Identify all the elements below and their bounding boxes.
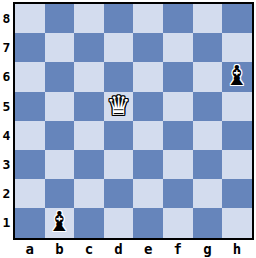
file-label-e: e	[133, 240, 163, 257]
square-a1[interactable]	[15, 208, 45, 237]
rank-label-4: 4	[0, 121, 13, 150]
square-c2[interactable]	[74, 179, 104, 208]
square-c7[interactable]	[74, 33, 104, 62]
chess-diagram: 87654321 ♝♛♝ abcdefgh	[0, 0, 256, 258]
square-e6[interactable]	[133, 62, 163, 91]
square-f3[interactable]	[163, 150, 193, 179]
square-e2[interactable]	[133, 179, 163, 208]
square-g7[interactable]	[193, 33, 223, 62]
file-labels: abcdefgh	[15, 240, 252, 257]
square-h8[interactable]	[222, 4, 252, 33]
file-label-f: f	[163, 240, 193, 257]
rank-label-8: 8	[0, 4, 13, 33]
square-h3[interactable]	[222, 150, 252, 179]
square-b6[interactable]	[45, 62, 75, 91]
square-b7[interactable]	[45, 33, 75, 62]
square-g3[interactable]	[193, 150, 223, 179]
square-g2[interactable]	[193, 179, 223, 208]
square-g8[interactable]	[193, 4, 223, 33]
square-d5[interactable]: ♛	[104, 92, 134, 121]
square-f4[interactable]	[163, 121, 193, 150]
rank-label-7: 7	[0, 33, 13, 62]
square-a8[interactable]	[15, 4, 45, 33]
square-a3[interactable]	[15, 150, 45, 179]
square-b3[interactable]	[45, 150, 75, 179]
square-d2[interactable]	[104, 179, 134, 208]
file-label-a: a	[15, 240, 45, 257]
square-e4[interactable]	[133, 121, 163, 150]
square-g6[interactable]	[193, 62, 223, 91]
square-h1[interactable]	[222, 208, 252, 237]
square-f7[interactable]	[163, 33, 193, 62]
file-label-c: c	[74, 240, 104, 257]
square-b2[interactable]	[45, 179, 75, 208]
rank-label-1: 1	[0, 208, 13, 237]
square-b5[interactable]	[45, 92, 75, 121]
square-a2[interactable]	[15, 179, 45, 208]
square-d8[interactable]	[104, 4, 134, 33]
square-c8[interactable]	[74, 4, 104, 33]
file-label-h: h	[222, 240, 252, 257]
square-c4[interactable]	[74, 121, 104, 150]
square-e5[interactable]	[133, 92, 163, 121]
square-d7[interactable]	[104, 33, 134, 62]
square-a7[interactable]	[15, 33, 45, 62]
rank-label-6: 6	[0, 62, 13, 91]
square-b4[interactable]	[45, 121, 75, 150]
square-a4[interactable]	[15, 121, 45, 150]
square-e7[interactable]	[133, 33, 163, 62]
square-f6[interactable]	[163, 62, 193, 91]
square-e3[interactable]	[133, 150, 163, 179]
square-g4[interactable]	[193, 121, 223, 150]
square-f1[interactable]	[163, 208, 193, 237]
square-g1[interactable]	[193, 208, 223, 237]
square-e1[interactable]	[133, 208, 163, 237]
square-b1[interactable]: ♝	[45, 208, 75, 237]
chess-board: ♝♛♝	[13, 2, 254, 240]
square-c6[interactable]	[74, 62, 104, 91]
square-h4[interactable]	[222, 121, 252, 150]
square-a6[interactable]	[15, 62, 45, 91]
square-f8[interactable]	[163, 4, 193, 33]
square-a5[interactable]	[15, 92, 45, 121]
square-d1[interactable]	[104, 208, 134, 237]
square-d6[interactable]	[104, 62, 134, 91]
rank-label-5: 5	[0, 92, 13, 121]
square-h5[interactable]	[222, 92, 252, 121]
black-bishop[interactable]: ♝	[47, 208, 71, 235]
square-b8[interactable]	[45, 4, 75, 33]
square-h2[interactable]	[222, 179, 252, 208]
square-d3[interactable]	[104, 150, 134, 179]
square-h7[interactable]	[222, 33, 252, 62]
square-c3[interactable]	[74, 150, 104, 179]
file-label-d: d	[104, 240, 134, 257]
black-bishop[interactable]: ♝	[225, 62, 249, 89]
square-h6[interactable]: ♝	[222, 62, 252, 91]
square-d4[interactable]	[104, 121, 134, 150]
rank-label-3: 3	[0, 150, 13, 179]
square-f2[interactable]	[163, 179, 193, 208]
square-g5[interactable]	[193, 92, 223, 121]
rank-label-2: 2	[0, 179, 13, 208]
square-c5[interactable]	[74, 92, 104, 121]
square-f5[interactable]	[163, 92, 193, 121]
file-label-g: g	[193, 240, 223, 257]
rank-labels: 87654321	[0, 2, 13, 238]
file-label-b: b	[45, 240, 75, 257]
square-e8[interactable]	[133, 4, 163, 33]
square-c1[interactable]	[74, 208, 104, 237]
white-queen[interactable]: ♛	[106, 92, 130, 119]
